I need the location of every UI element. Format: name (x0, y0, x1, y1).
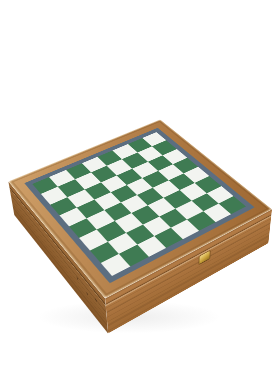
hinge-pin-icon (95, 298, 97, 302)
scene-stage (42, 100, 232, 290)
chess-box (8, 119, 272, 298)
hinge-pin-icon (77, 276, 79, 280)
hinge-pin-icon (86, 292, 88, 296)
box-lid-wood-frame (8, 119, 272, 298)
product-photo (0, 0, 275, 367)
brass-latch-icon (199, 251, 209, 264)
